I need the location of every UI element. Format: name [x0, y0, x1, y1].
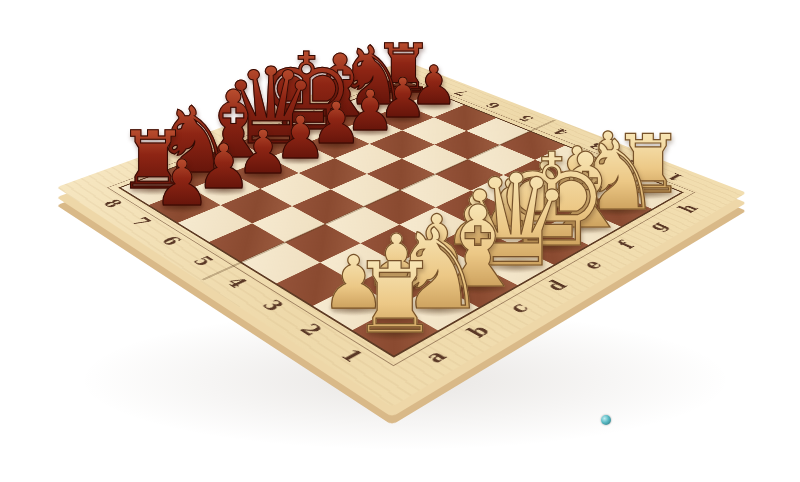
rank-label-left-7: 7 [126, 215, 156, 229]
piece-white-rook-a1: ♜ [351, 250, 439, 348]
rank-label-left-3: 3 [257, 297, 290, 314]
rank-label-left-4: 4 [221, 274, 253, 290]
product-photo: 8765432187654321abcdefgh ♜♞♝♛♚♝♞♜♟♟♟♟♟♟♟… [0, 0, 800, 482]
piece-black-pawn-a7: ♟ [154, 152, 211, 215]
rank-label-right-5: 5 [515, 113, 538, 123]
rank-label-right-6: 6 [482, 101, 505, 110]
rank-label-left-6: 6 [156, 234, 186, 249]
hinge-screw [601, 415, 611, 425]
rank-label-left-5: 5 [188, 253, 219, 268]
